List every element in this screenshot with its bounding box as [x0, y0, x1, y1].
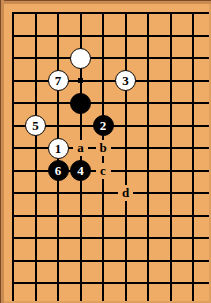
stone-move-number: 5 — [32, 116, 39, 135]
stone-move-number: 7 — [55, 71, 62, 90]
board-cut-edge-right — [209, 0, 211, 303]
hoshi-star-point — [78, 78, 83, 83]
stone-white-1[interactable]: 1 — [48, 138, 69, 159]
grid-line-horizontal — [12, 215, 211, 217]
grid-line-horizontal — [12, 57, 211, 59]
stone-black-4[interactable]: 4 — [70, 160, 91, 181]
stone-white-plain[interactable] — [70, 48, 91, 69]
stone-move-number: 3 — [122, 71, 129, 90]
grid-line-horizontal — [12, 80, 211, 82]
grid-line-horizontal — [12, 260, 211, 262]
stone-black-2[interactable]: 2 — [93, 115, 114, 136]
grid-line-horizontal — [12, 192, 211, 194]
stone-move-number: 2 — [100, 116, 107, 135]
stone-white-7[interactable]: 7 — [48, 70, 69, 91]
stone-move-number: 1 — [55, 139, 62, 158]
stone-move-number: 4 — [77, 161, 84, 180]
stone-black-plain[interactable] — [70, 93, 91, 114]
point-label-a[interactable]: a — [73, 140, 88, 156]
grid-line-horizontal — [12, 237, 211, 239]
grid-line-horizontal — [12, 102, 211, 104]
board-frame-left-light — [1, 0, 4, 303]
point-label-c[interactable]: c — [96, 163, 111, 179]
stone-black-6[interactable]: 6 — [48, 160, 69, 181]
stone-move-number: 6 — [55, 161, 62, 180]
grid-line-horizontal — [12, 170, 211, 172]
stone-white-5[interactable]: 5 — [25, 115, 46, 136]
go-board-diagram: 1234567abcd — [0, 0, 211, 303]
grid-line-horizontal — [12, 35, 211, 37]
stone-white-3[interactable]: 3 — [115, 70, 136, 91]
point-label-b[interactable]: b — [96, 140, 111, 156]
grid-line-horizontal — [12, 282, 211, 284]
board-frame-top-light — [0, 1, 211, 4]
grid-line-horizontal — [12, 147, 211, 149]
grid-line-horizontal — [12, 12, 211, 14]
point-label-d[interactable]: d — [118, 185, 133, 201]
